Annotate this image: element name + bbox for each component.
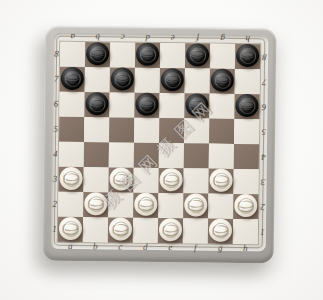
black-checker-f8[interactable]: ⛂ xyxy=(186,43,209,66)
square-g1[interactable]: ⛀ xyxy=(208,219,233,244)
board-grid: ⛂⛂⛂⛂⛂⛂⛂⛂⛂⛂⛂⛂⛀⛀⛀⛀⛀⛀⛀⛀⛀⛀⛀⛀ xyxy=(58,42,260,244)
coord-label-c: c xyxy=(108,242,133,251)
white-checker-g1[interactable]: ⛀ xyxy=(209,219,232,242)
square-a3[interactable]: ⛀ xyxy=(58,167,83,192)
square-g4[interactable] xyxy=(209,144,234,169)
square-g8[interactable] xyxy=(210,44,235,69)
square-e5[interactable] xyxy=(159,118,184,143)
white-checker-b2[interactable]: ⛀ xyxy=(84,192,107,215)
square-a5[interactable] xyxy=(59,117,84,142)
square-e1[interactable]: ⛀ xyxy=(158,218,183,243)
checkers-board: abcdefgh abcdefgh 87654321 87654321 ⛂⛂⛂⛂… xyxy=(51,33,269,252)
square-c1[interactable]: ⛀ xyxy=(108,217,133,242)
coord-label-5: 5 xyxy=(260,119,267,144)
square-h1[interactable] xyxy=(233,219,258,244)
square-a6[interactable] xyxy=(59,92,84,117)
square-e4[interactable] xyxy=(159,143,184,168)
square-c6[interactable] xyxy=(109,92,134,117)
square-g7[interactable]: ⛂ xyxy=(210,69,235,94)
square-e7[interactable]: ⛂ xyxy=(160,68,185,93)
square-h3[interactable] xyxy=(233,169,258,194)
square-b1[interactable] xyxy=(83,217,108,242)
square-b2[interactable]: ⛀ xyxy=(83,192,108,217)
black-checker-a7[interactable]: ⛂ xyxy=(61,67,84,90)
square-h6[interactable]: ⛂ xyxy=(234,94,259,119)
square-g2[interactable] xyxy=(208,194,233,219)
square-e3[interactable]: ⛀ xyxy=(158,168,183,193)
coord-label-6: 6 xyxy=(260,94,267,119)
square-f1[interactable] xyxy=(183,218,208,243)
square-h2[interactable]: ⛀ xyxy=(233,194,258,219)
square-d7[interactable] xyxy=(135,68,160,93)
square-h8[interactable]: ⛂ xyxy=(235,44,260,69)
coord-label-h: h xyxy=(233,244,258,253)
black-checker-h8[interactable]: ⛂ xyxy=(236,44,259,67)
coord-label-c: c xyxy=(110,32,135,41)
square-f6[interactable]: ⛂ xyxy=(184,93,209,118)
coord-label-a: a xyxy=(58,242,83,251)
square-f8[interactable]: ⛂ xyxy=(185,43,210,68)
white-checker-a3[interactable]: ⛀ xyxy=(59,167,82,190)
square-c8[interactable] xyxy=(110,42,135,67)
coord-label-g: g xyxy=(208,244,233,253)
black-checker-e7[interactable]: ⛂ xyxy=(161,68,184,91)
square-d2[interactable]: ⛀ xyxy=(133,193,158,218)
white-checker-g3[interactable]: ⛀ xyxy=(209,169,232,192)
square-h4[interactable] xyxy=(234,144,259,169)
white-checker-a1[interactable]: ⛀ xyxy=(59,217,82,240)
black-checker-c7[interactable]: ⛂ xyxy=(111,67,134,90)
square-a8[interactable] xyxy=(60,42,85,67)
black-checker-h6[interactable]: ⛂ xyxy=(235,94,258,117)
square-c3[interactable]: ⛀ xyxy=(108,167,133,192)
square-b7[interactable] xyxy=(85,67,110,92)
square-d4[interactable] xyxy=(134,143,159,168)
square-c7[interactable]: ⛂ xyxy=(110,67,135,92)
square-a4[interactable] xyxy=(59,142,84,167)
coord-label-d: d xyxy=(133,243,158,252)
coord-label-h: h xyxy=(235,34,260,43)
square-f5[interactable] xyxy=(184,118,209,143)
square-h5[interactable] xyxy=(234,119,259,144)
square-b6[interactable]: ⛂ xyxy=(84,92,109,117)
square-f3[interactable] xyxy=(183,168,208,193)
square-c4[interactable] xyxy=(109,142,134,167)
square-f4[interactable] xyxy=(184,143,209,168)
square-d6[interactable]: ⛂ xyxy=(134,93,159,118)
square-a7[interactable]: ⛂ xyxy=(60,67,85,92)
square-a2[interactable] xyxy=(58,192,83,217)
square-c2[interactable] xyxy=(108,192,133,217)
photo-scene: abcdefgh abcdefgh 87654321 87654321 ⛂⛂⛂⛂… xyxy=(0,0,323,300)
black-checker-f6[interactable]: ⛂ xyxy=(185,93,208,116)
square-f7[interactable] xyxy=(185,68,210,93)
square-e2[interactable] xyxy=(158,193,183,218)
square-b5[interactable] xyxy=(84,117,109,142)
square-g3[interactable]: ⛀ xyxy=(208,169,233,194)
black-checker-b6[interactable]: ⛂ xyxy=(85,92,108,115)
coord-label-e: e xyxy=(160,33,185,42)
white-checker-e3[interactable]: ⛀ xyxy=(159,168,182,191)
square-g5[interactable] xyxy=(209,119,234,144)
square-d3[interactable] xyxy=(133,168,158,193)
coord-label-2: 2 xyxy=(259,194,266,219)
coord-label-b: b xyxy=(83,242,108,251)
square-d5[interactable] xyxy=(134,118,159,143)
checkers-travel-box: abcdefgh abcdefgh 87654321 87654321 ⛂⛂⛂⛂… xyxy=(43,26,277,264)
coord-label-e: e xyxy=(158,243,183,252)
coord-label-b: b xyxy=(85,32,110,41)
white-checker-d2[interactable]: ⛀ xyxy=(134,193,157,216)
square-e8[interactable] xyxy=(160,43,185,68)
black-checker-d6[interactable]: ⛂ xyxy=(135,93,158,116)
square-d8[interactable]: ⛂ xyxy=(135,43,160,68)
square-b3[interactable] xyxy=(83,167,108,192)
coord-label-7: 7 xyxy=(261,69,268,94)
coord-label-f: f xyxy=(183,243,208,252)
black-checker-g7[interactable]: ⛂ xyxy=(211,69,234,92)
coord-label-1: 1 xyxy=(259,219,266,244)
coord-label-d: d xyxy=(135,33,160,42)
coord-label-g: g xyxy=(210,34,235,43)
white-checker-c3[interactable]: ⛀ xyxy=(109,167,132,190)
square-b4[interactable] xyxy=(84,142,109,167)
white-checker-e1[interactable]: ⛀ xyxy=(159,218,182,241)
coord-label-f: f xyxy=(185,33,210,42)
square-h7[interactable] xyxy=(235,69,260,94)
square-a1[interactable]: ⛀ xyxy=(58,217,83,242)
square-b8[interactable]: ⛂ xyxy=(85,42,110,67)
square-e6[interactable] xyxy=(159,93,184,118)
square-g6[interactable] xyxy=(209,94,234,119)
coord-label-a: a xyxy=(60,32,85,41)
white-checker-h2[interactable]: ⛀ xyxy=(234,194,257,217)
square-d1[interactable] xyxy=(133,218,158,243)
rank-labels-right: 87654321 xyxy=(259,44,268,244)
white-checker-f2[interactable]: ⛀ xyxy=(184,193,207,216)
black-checker-b8[interactable]: ⛂ xyxy=(86,42,109,65)
black-checker-d8[interactable]: ⛂ xyxy=(136,43,159,66)
coord-label-8: 8 xyxy=(261,44,268,69)
coord-label-4: 4 xyxy=(260,144,267,169)
square-c5[interactable] xyxy=(109,117,134,142)
coord-label-3: 3 xyxy=(259,169,266,194)
white-checker-c1[interactable]: ⛀ xyxy=(109,217,132,240)
square-f2[interactable]: ⛀ xyxy=(183,193,208,218)
